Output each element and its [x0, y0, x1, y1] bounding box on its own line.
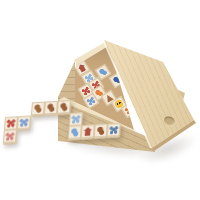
domino-cell: [31, 102, 45, 116]
domino-cell: [107, 123, 121, 137]
domino-cell: [69, 112, 83, 126]
owl-brown-icon: [96, 126, 106, 136]
bird-blue-icon: [70, 128, 80, 138]
acorn-brown-icon: [33, 104, 43, 114]
domino-cell: [17, 116, 31, 130]
flower-red-icon: [6, 118, 16, 128]
domino-cell: [4, 116, 18, 130]
flower-blue-icon: [19, 118, 29, 128]
domino-cell: [44, 101, 58, 115]
domino-cell: [3, 129, 17, 143]
squirrel-brown-icon: [59, 102, 69, 112]
house-red-icon: [83, 127, 93, 137]
domino-cell: [68, 125, 82, 139]
domino-cell: [81, 125, 95, 139]
domino-cell: [94, 124, 108, 138]
flower-pink-icon: [5, 132, 15, 142]
product-photo-scene: [0, 0, 200, 200]
domino-cell: [57, 100, 71, 114]
paw-blue-icon: [71, 114, 81, 124]
crab-blue-icon: [109, 125, 119, 135]
squirrel-brown-icon: [46, 103, 56, 113]
